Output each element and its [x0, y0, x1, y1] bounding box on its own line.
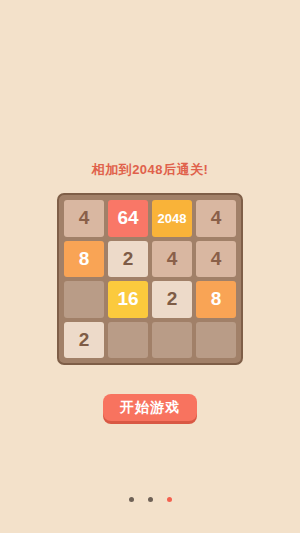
tile-2: 2: [108, 241, 148, 278]
tile-4: 4: [196, 241, 236, 278]
empty-cell: [152, 322, 192, 359]
empty-cell: [108, 322, 148, 359]
tile-16: 16: [108, 281, 148, 318]
page-dot-3-active[interactable]: [167, 497, 172, 502]
empty-cell: [196, 322, 236, 359]
tile-8: 8: [64, 241, 104, 278]
page-dot-2[interactable]: [148, 497, 153, 502]
tile-2048: 2048: [152, 200, 192, 237]
tile-4: 4: [152, 241, 192, 278]
tile-2: 2: [64, 322, 104, 359]
page-dot-1[interactable]: [129, 497, 134, 502]
empty-cell: [64, 281, 104, 318]
goal-tip-text: 相加到2048后通关!: [0, 161, 300, 179]
start-game-button[interactable]: 开始游戏: [103, 394, 197, 421]
page-indicator: [0, 497, 300, 502]
tile-4: 4: [196, 200, 236, 237]
tile-2: 2: [152, 281, 192, 318]
tile-64: 64: [108, 200, 148, 237]
board: 46420484824416282: [57, 193, 243, 365]
tile-4: 4: [64, 200, 104, 237]
onboarding-screen: 相加到2048后通关! 46420484824416282 开始游戏: [0, 0, 300, 533]
tile-8: 8: [196, 281, 236, 318]
